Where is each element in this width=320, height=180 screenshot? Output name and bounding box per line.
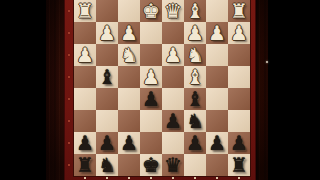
square-d7 [162,132,184,154]
square-c5: ♝ [184,88,206,110]
white-pawn-a2: ♟ [230,22,248,44]
rank-mark-3 [68,54,70,56]
square-f4 [118,66,140,88]
square-a3 [228,44,250,66]
square-h6 [74,110,96,132]
square-f7: ♟ [118,132,140,154]
square-h2 [74,22,96,44]
rank-mark-2 [68,32,70,34]
black-queen-d8: ♛ [164,154,182,176]
file-mark-a [238,177,240,179]
square-f5 [118,88,140,110]
square-e4: ♟ [140,66,162,88]
square-d5 [162,88,184,110]
file-mark-e [150,177,152,179]
square-g5 [96,88,118,110]
screw-dot [266,61,268,63]
square-b2: ♟ [206,22,228,44]
square-g1 [96,0,118,22]
square-b5 [206,88,228,110]
black-pawn-b7: ♟ [208,132,226,154]
rank-mark-7 [68,142,70,144]
chessboard: ♜♚♛♝♜♟♟♟♟♟♟♞♟♞♝♟♝♟♝♟♞♟♟♟♟♟♟♜♞♚♛♜ [74,0,250,176]
black-bishop-g4: ♝ [98,66,116,88]
square-h4 [74,66,96,88]
square-f3: ♞ [118,44,140,66]
square-a1: ♜ [228,0,250,22]
file-mark-b [216,177,218,179]
black-pawn-a7: ♟ [230,132,248,154]
square-h8: ♜ [74,154,96,176]
square-b3 [206,44,228,66]
square-d4 [162,66,184,88]
white-bishop-c4: ♝ [186,66,204,88]
square-h7: ♟ [74,132,96,154]
white-knight-f3: ♞ [120,44,138,66]
white-rook-h1: ♜ [76,0,94,22]
square-c2: ♟ [184,22,206,44]
white-rook-a1: ♜ [230,0,248,22]
rank-mark-1 [68,10,70,12]
black-pawn-e5: ♟ [142,88,160,110]
file-mark-f [128,177,130,179]
square-d8: ♛ [162,154,184,176]
square-e5: ♟ [140,88,162,110]
black-knight-c6: ♞ [186,110,204,132]
white-pawn-b2: ♟ [208,22,226,44]
square-g2: ♟ [96,22,118,44]
square-d1: ♛ [162,0,184,22]
square-e8: ♚ [140,154,162,176]
square-a8: ♜ [228,154,250,176]
file-mark-d [172,177,174,179]
white-pawn-c2: ♟ [186,22,204,44]
black-knight-g8: ♞ [98,154,116,176]
square-f1 [118,0,140,22]
square-e7 [140,132,162,154]
square-d3: ♟ [162,44,184,66]
letterbox-right [268,0,320,180]
white-pawn-d3: ♟ [164,44,182,66]
black-pawn-f7: ♟ [120,132,138,154]
square-a7: ♟ [228,132,250,154]
black-pawn-c7: ♟ [186,132,204,154]
square-f8 [118,154,140,176]
square-f2: ♟ [118,22,140,44]
square-c7: ♟ [184,132,206,154]
square-b1 [206,0,228,22]
square-g3 [96,44,118,66]
black-pawn-h7: ♟ [76,132,94,154]
file-mark-h [84,177,86,179]
square-f6 [118,110,140,132]
square-e3 [140,44,162,66]
white-pawn-h3: ♟ [76,44,94,66]
white-pawn-g2: ♟ [98,22,116,44]
square-h1: ♜ [74,0,96,22]
black-rook-h8: ♜ [76,154,94,176]
square-h3: ♟ [74,44,96,66]
square-a5 [228,88,250,110]
white-pawn-f2: ♟ [120,22,138,44]
square-a6 [228,110,250,132]
square-b4 [206,66,228,88]
square-b8 [206,154,228,176]
square-d6: ♟ [162,110,184,132]
file-mark-g [106,177,108,179]
square-b6 [206,110,228,132]
square-b7: ♟ [206,132,228,154]
rank-mark-6 [68,120,70,122]
square-h5 [74,88,96,110]
black-pawn-d6: ♟ [164,110,182,132]
square-e1: ♚ [140,0,162,22]
square-a4 [228,66,250,88]
black-pawn-g7: ♟ [98,132,116,154]
square-g6 [96,110,118,132]
rank-mark-8 [68,164,70,166]
square-e2 [140,22,162,44]
black-king-e8: ♚ [142,154,160,176]
square-e6 [140,110,162,132]
square-g4: ♝ [96,66,118,88]
file-mark-c [194,177,196,179]
rank-mark-5 [68,98,70,100]
square-c3: ♞ [184,44,206,66]
square-c4: ♝ [184,66,206,88]
white-king-e1: ♚ [142,0,160,22]
square-g7: ♟ [96,132,118,154]
white-pawn-e4: ♟ [142,66,160,88]
rank-mark-4 [68,76,70,78]
square-a2: ♟ [228,22,250,44]
white-queen-d1: ♛ [164,0,182,22]
black-bishop-c5: ♝ [186,88,204,110]
square-d2 [162,22,184,44]
square-c6: ♞ [184,110,206,132]
square-c1: ♝ [184,0,206,22]
white-bishop-c1: ♝ [186,0,204,22]
letterbox-left [0,0,46,180]
square-g8: ♞ [96,154,118,176]
square-c8 [184,154,206,176]
video-frame: ♜♚♛♝♜♟♟♟♟♟♟♞♟♞♝♟♝♟♝♟♞♟♟♟♟♟♟♜♞♚♛♜ [0,0,320,180]
white-knight-c3: ♞ [186,44,204,66]
black-rook-a8: ♜ [230,154,248,176]
